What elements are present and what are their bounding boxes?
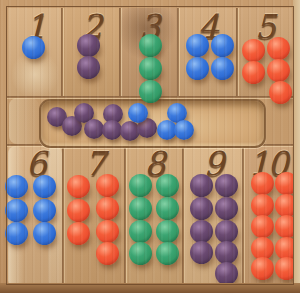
marble-red[interactable]: [251, 172, 274, 195]
marble-blue[interactable]: [186, 34, 209, 57]
marble-blue[interactable]: [33, 175, 56, 198]
column-divider: [182, 146, 184, 283]
marble-green[interactable]: [156, 220, 179, 243]
column-divider: [177, 8, 179, 96]
tray-marble-blue[interactable]: [174, 120, 194, 140]
marble-red[interactable]: [267, 59, 290, 82]
tray-marble-purple[interactable]: [84, 119, 104, 139]
marble-red[interactable]: [242, 61, 265, 84]
column-divider: [119, 8, 121, 96]
column-divider: [62, 146, 64, 283]
marble-purple[interactable]: [215, 220, 238, 243]
marble-purple[interactable]: [190, 174, 213, 197]
marble-green[interactable]: [156, 242, 179, 265]
column-divider: [61, 8, 63, 96]
marble-red[interactable]: [67, 222, 90, 245]
tray-marble-blue[interactable]: [128, 103, 148, 123]
marble-green[interactable]: [129, 174, 152, 197]
marble-purple[interactable]: [77, 34, 100, 57]
tray-marble-purple[interactable]: [102, 120, 122, 140]
counting-board: 12345678910: [0, 0, 300, 293]
marble-purple[interactable]: [190, 241, 213, 264]
column-divider: [124, 146, 126, 283]
marble-red[interactable]: [251, 257, 274, 280]
marble-red[interactable]: [251, 194, 274, 217]
marble-purple[interactable]: [215, 262, 238, 285]
marble-blue[interactable]: [211, 34, 234, 57]
marble-blue[interactable]: [5, 175, 28, 198]
marble-red[interactable]: [96, 174, 119, 197]
marble-red[interactable]: [267, 37, 290, 60]
wood-streak-pale-4: [9, 98, 39, 144]
marble-red[interactable]: [242, 39, 265, 62]
marble-purple[interactable]: [215, 174, 238, 197]
marble-red[interactable]: [96, 242, 119, 265]
marble-purple[interactable]: [190, 220, 213, 243]
marble-red[interactable]: [67, 199, 90, 222]
marble-blue[interactable]: [186, 57, 209, 80]
marble-green[interactable]: [129, 197, 152, 220]
marble-green[interactable]: [139, 34, 162, 57]
marble-red[interactable]: [96, 220, 119, 243]
marble-blue[interactable]: [5, 222, 28, 245]
marble-red[interactable]: [67, 175, 90, 198]
marble-green[interactable]: [129, 242, 152, 265]
board-bottom-edge: [0, 283, 300, 293]
marble-blue[interactable]: [33, 222, 56, 245]
marble-green[interactable]: [129, 220, 152, 243]
marble-green[interactable]: [156, 197, 179, 220]
marble-green[interactable]: [139, 80, 162, 103]
marble-green[interactable]: [156, 174, 179, 197]
marble-blue[interactable]: [22, 36, 45, 59]
marble-purple[interactable]: [215, 241, 238, 264]
board-right-edge: [293, 0, 300, 285]
marble-red[interactable]: [96, 197, 119, 220]
marble-blue[interactable]: [33, 199, 56, 222]
marble-red[interactable]: [251, 215, 274, 238]
marble-purple[interactable]: [215, 197, 238, 220]
marble-green[interactable]: [139, 57, 162, 80]
marble-red[interactable]: [269, 81, 292, 104]
column-divider: [236, 8, 238, 96]
marble-blue[interactable]: [211, 57, 234, 80]
marble-purple[interactable]: [77, 56, 100, 79]
marble-blue[interactable]: [5, 199, 28, 222]
marble-purple[interactable]: [190, 197, 213, 220]
